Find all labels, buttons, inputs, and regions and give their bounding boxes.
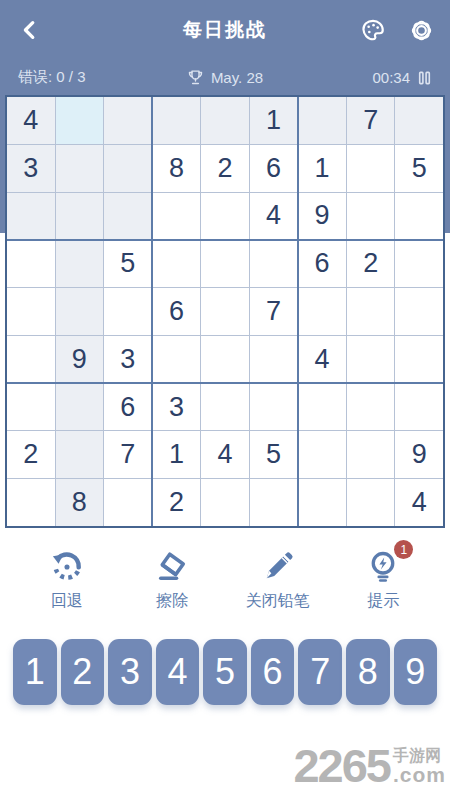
cell-r8c6[interactable]: 5 (250, 431, 298, 478)
cell-r1c3[interactable] (104, 97, 152, 144)
cell-r9c4[interactable]: 2 (153, 479, 201, 526)
settings-button[interactable] (408, 17, 434, 43)
back-button[interactable] (16, 16, 44, 44)
cell-r9c7[interactable] (298, 479, 346, 526)
cell-r3c3[interactable] (104, 193, 152, 240)
cell-r6c2[interactable]: 9 (56, 336, 104, 383)
cell-r1c8[interactable]: 7 (347, 97, 395, 144)
numpad: 123456789 (0, 639, 450, 705)
cell-r7c4[interactable]: 3 (153, 384, 201, 431)
numpad-key-9[interactable]: 9 (394, 639, 438, 705)
cell-r1c4[interactable] (153, 97, 201, 144)
cell-r4c2[interactable] (56, 240, 104, 287)
cell-r8c3[interactable]: 7 (104, 431, 152, 478)
numpad-key-6[interactable]: 6 (251, 639, 295, 705)
cell-r3c4[interactable] (153, 193, 201, 240)
cell-r4c4[interactable] (153, 240, 201, 287)
cell-r3c2[interactable] (56, 193, 104, 240)
numpad-key-4[interactable]: 4 (156, 639, 200, 705)
cell-r6c3[interactable]: 3 (104, 336, 152, 383)
cell-r9c8[interactable] (347, 479, 395, 526)
box-line-vertical-2 (297, 97, 299, 526)
cell-r9c1[interactable] (7, 479, 55, 526)
cell-r8c9[interactable]: 9 (395, 431, 443, 478)
cell-r5c1[interactable] (7, 288, 55, 335)
cell-r1c6[interactable]: 1 (250, 97, 298, 144)
cell-r6c7[interactable]: 4 (298, 336, 346, 383)
cell-r8c1[interactable]: 2 (7, 431, 55, 478)
sudoku-grid: 417382615495626793463271459824 (5, 95, 445, 528)
numpad-key-5[interactable]: 5 (203, 639, 247, 705)
cell-r6c6[interactable] (250, 336, 298, 383)
erase-button[interactable]: 擦除 (140, 548, 204, 612)
numpad-key-8[interactable]: 8 (346, 639, 390, 705)
cell-r3c1[interactable] (7, 193, 55, 240)
cell-r4c7[interactable]: 6 (298, 240, 346, 287)
cell-r2c8[interactable] (347, 145, 395, 192)
trophy-icon (187, 69, 204, 86)
cell-r6c4[interactable] (153, 336, 201, 383)
hint-label: 提示 (367, 591, 399, 612)
pencil-icon (259, 548, 297, 586)
cell-r7c5[interactable] (201, 384, 249, 431)
cell-r1c9[interactable] (395, 97, 443, 144)
theme-button[interactable] (360, 17, 386, 43)
app-header: 每日挑战 (0, 0, 450, 60)
cell-r3c6[interactable]: 4 (250, 193, 298, 240)
cell-r3c7[interactable]: 9 (298, 193, 346, 240)
eraser-icon (153, 548, 191, 586)
cell-r2c5[interactable]: 2 (201, 145, 249, 192)
cell-r6c8[interactable] (347, 336, 395, 383)
cell-r2c4[interactable]: 8 (153, 145, 201, 192)
erase-label: 擦除 (156, 591, 188, 612)
cell-r3c8[interactable] (347, 193, 395, 240)
cell-r3c9[interactable] (395, 193, 443, 240)
cell-r1c7[interactable] (298, 97, 346, 144)
cell-r4c6[interactable] (250, 240, 298, 287)
cell-r2c7[interactable]: 1 (298, 145, 346, 192)
timer: 00:34 (372, 69, 410, 86)
cell-r6c9[interactable] (395, 336, 443, 383)
cell-r9c9[interactable]: 4 (395, 479, 443, 526)
watermark-suffix: .com (393, 765, 446, 785)
cell-r6c5[interactable] (201, 336, 249, 383)
watermark-main: 2265 (293, 744, 390, 788)
cell-r2c1[interactable]: 3 (7, 145, 55, 192)
box-line-horizontal-1 (7, 239, 443, 241)
hint-badge: 1 (394, 540, 413, 559)
undo-icon (48, 548, 86, 586)
cell-r8c2[interactable] (56, 431, 104, 478)
cell-r7c3[interactable]: 6 (104, 384, 152, 431)
pencil-toggle-button[interactable]: 关闭铅笔 (246, 548, 310, 612)
cell-r7c8[interactable] (347, 384, 395, 431)
cell-r5c9[interactable] (395, 288, 443, 335)
numpad-key-1[interactable]: 1 (13, 639, 57, 705)
cell-r9c3[interactable] (104, 479, 152, 526)
cell-r7c6[interactable] (250, 384, 298, 431)
box-line-vertical-1 (151, 97, 153, 526)
chevron-left-icon (19, 19, 41, 41)
cell-r2c3[interactable] (104, 145, 152, 192)
cell-r5c6[interactable]: 7 (250, 288, 298, 335)
cell-r9c2[interactable]: 8 (56, 479, 104, 526)
cell-r2c9[interactable]: 5 (395, 145, 443, 192)
cell-r1c1[interactable]: 4 (7, 97, 55, 144)
cell-r4c9[interactable] (395, 240, 443, 287)
cell-r4c8[interactable]: 2 (347, 240, 395, 287)
pencil-toggle-label: 关闭铅笔 (246, 591, 310, 612)
cell-r5c8[interactable] (347, 288, 395, 335)
numpad-key-7[interactable]: 7 (298, 639, 342, 705)
cell-r2c2[interactable] (56, 145, 104, 192)
cell-r1c5[interactable] (201, 97, 249, 144)
cell-r6c1[interactable] (7, 336, 55, 383)
cell-r5c2[interactable] (56, 288, 104, 335)
cell-r3c5[interactable] (201, 193, 249, 240)
watermark: 2265 手游网 .com (293, 744, 446, 788)
cell-r8c8[interactable] (347, 431, 395, 478)
cell-r7c7[interactable] (298, 384, 346, 431)
challenge-date: May. 28 (211, 69, 263, 86)
cell-r4c3[interactable]: 5 (104, 240, 152, 287)
cell-r9c6[interactable] (250, 479, 298, 526)
cell-r8c4[interactable]: 1 (153, 431, 201, 478)
undo-label: 回退 (51, 591, 83, 612)
cell-r5c3[interactable] (104, 288, 152, 335)
cell-r8c5[interactable]: 4 (201, 431, 249, 478)
palette-icon (360, 17, 386, 43)
errors-counter: 错误: 0 / 3 (18, 68, 138, 87)
cell-r1c2[interactable] (56, 97, 104, 144)
hint-button[interactable]: 1 提示 (351, 548, 415, 612)
cell-r2c6[interactable]: 6 (250, 145, 298, 192)
toolbar: 回退 擦除 关闭铅笔 1 (0, 548, 450, 622)
cell-r5c4[interactable]: 6 (153, 288, 201, 335)
cell-r7c1[interactable] (7, 384, 55, 431)
cell-r4c5[interactable] (201, 240, 249, 287)
status-bar: 错误: 0 / 3 May. 28 00:34 (0, 60, 450, 95)
cell-r7c9[interactable] (395, 384, 443, 431)
cell-r8c7[interactable] (298, 431, 346, 478)
cell-r4c1[interactable] (7, 240, 55, 287)
cell-r7c2[interactable] (56, 384, 104, 431)
gear-icon (409, 18, 434, 43)
cell-r5c7[interactable] (298, 288, 346, 335)
cell-r9c5[interactable] (201, 479, 249, 526)
numpad-key-2[interactable]: 2 (61, 639, 105, 705)
numpad-key-3[interactable]: 3 (108, 639, 152, 705)
undo-button[interactable]: 回退 (35, 548, 99, 612)
pause-button[interactable] (417, 70, 432, 86)
box-line-horizontal-2 (7, 382, 443, 384)
cell-r5c5[interactable] (201, 288, 249, 335)
